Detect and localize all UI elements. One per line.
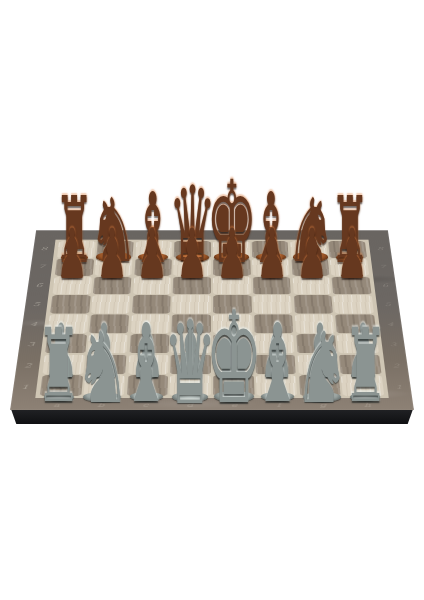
- square-tile: [172, 295, 210, 313]
- square-d6: [172, 276, 212, 295]
- square-h8: [327, 241, 368, 259]
- square-tile: [213, 354, 253, 374]
- square-tile: [295, 314, 335, 333]
- square-g6: [291, 276, 332, 295]
- board-edge: [9, 408, 415, 424]
- rank-label-left-4: 4: [30, 321, 38, 327]
- square-tile: [255, 354, 296, 374]
- square-tile: [87, 334, 128, 353]
- square-tile: [127, 375, 168, 395]
- file-label-d: d: [186, 401, 193, 407]
- square-h6: [331, 276, 373, 295]
- square-tile: [252, 259, 290, 276]
- square-tile: [213, 375, 254, 395]
- rank-label-left-5: 5: [32, 301, 40, 307]
- square-d2: [169, 354, 212, 375]
- square-tile: [294, 295, 334, 313]
- square-tile: [292, 277, 331, 294]
- file-label-g: g: [319, 401, 326, 407]
- square-tile: [40, 375, 83, 395]
- square-tile: [48, 314, 89, 333]
- square-c2: [127, 354, 170, 375]
- square-tile: [53, 277, 92, 294]
- square-c5: [131, 295, 172, 314]
- square-tile: [291, 259, 329, 276]
- square-g7: [290, 258, 331, 276]
- rank-label-right-4: 4: [387, 321, 394, 326]
- square-d1: [169, 375, 212, 397]
- square-b1: [82, 375, 127, 397]
- square-c8: [134, 241, 174, 259]
- square-d3: [170, 333, 212, 353]
- square-f8: [250, 241, 290, 259]
- rank-label-left-6: 6: [35, 282, 43, 288]
- square-tile: [96, 241, 134, 257]
- chess-board: 8877665544332211abcdefgh: [10, 230, 414, 410]
- square-tile: [213, 259, 250, 276]
- square-g3: [295, 333, 338, 353]
- square-tile: [213, 314, 252, 333]
- square-e1: [212, 375, 255, 397]
- square-c4: [129, 314, 171, 334]
- square-tile: [339, 354, 381, 374]
- square-tile: [94, 259, 132, 276]
- rank-label-right-1: 1: [395, 384, 403, 390]
- rank-label-left-3: 3: [27, 341, 35, 347]
- square-b5: [90, 295, 132, 314]
- square-c6: [132, 276, 173, 295]
- square-tile: [337, 334, 378, 353]
- square-a6: [51, 276, 93, 295]
- square-b8: [95, 241, 135, 259]
- board-scene: 8877665544332211abcdefgh ♜♞♝♛♚♝♞♜♟♟♟♟♟♟♟…: [0, 0, 424, 600]
- file-label-a: a: [53, 401, 60, 407]
- square-g1: [297, 375, 342, 397]
- square-b4: [88, 314, 131, 334]
- square-e7: [212, 258, 252, 276]
- rank-label-right-5: 5: [384, 301, 391, 306]
- square-tile: [172, 314, 211, 333]
- square-e5: [212, 295, 253, 314]
- file-label-e: e: [231, 401, 237, 407]
- square-tile: [335, 314, 376, 333]
- file-label-c: c: [142, 401, 148, 407]
- square-tile: [132, 295, 171, 313]
- square-tile: [256, 375, 297, 395]
- square-e6: [212, 276, 252, 295]
- square-tile: [330, 259, 369, 276]
- square-tile: [93, 277, 132, 294]
- square-tile: [43, 354, 85, 374]
- squares-layer: [35, 239, 389, 397]
- square-g8: [289, 241, 329, 259]
- square-f6: [252, 276, 293, 295]
- rank-label-left-8: 8: [40, 245, 47, 251]
- square-tile: [332, 277, 371, 294]
- square-tile: [135, 241, 172, 257]
- rank-label-right-3: 3: [390, 341, 397, 346]
- square-a1: [39, 375, 84, 397]
- square-a7: [54, 258, 95, 276]
- square-tile: [129, 334, 169, 353]
- rank-label-right-8: 8: [377, 246, 384, 251]
- square-b2: [84, 354, 128, 375]
- square-h1: [340, 375, 385, 397]
- rank-label-right-2: 2: [392, 362, 399, 368]
- square-e2: [212, 354, 255, 375]
- square-tile: [253, 277, 291, 294]
- square-tile: [329, 241, 367, 257]
- square-tile: [296, 334, 337, 353]
- square-tile: [89, 314, 129, 333]
- square-e8: [212, 241, 251, 259]
- square-tile: [45, 334, 86, 353]
- square-tile: [255, 334, 295, 353]
- square-tile: [299, 375, 341, 395]
- square-b3: [86, 333, 129, 353]
- rank-label-right-6: 6: [382, 282, 389, 287]
- square-f7: [251, 258, 291, 276]
- square-h5: [332, 295, 375, 314]
- square-e4: [212, 314, 253, 334]
- square-h3: [336, 333, 380, 353]
- square-h7: [329, 258, 370, 276]
- square-a4: [47, 314, 90, 334]
- square-tile: [341, 375, 384, 395]
- square-f3: [253, 333, 296, 353]
- square-tile: [55, 259, 94, 276]
- rank-label-left-2: 2: [24, 362, 32, 369]
- rank-label-right-7: 7: [379, 264, 386, 269]
- square-tile: [297, 354, 338, 374]
- square-tile: [290, 241, 328, 257]
- square-tile: [174, 259, 211, 276]
- square-tile: [57, 241, 95, 257]
- square-h4: [334, 314, 377, 334]
- square-tile: [170, 375, 211, 395]
- square-d5: [171, 295, 212, 314]
- square-d4: [171, 314, 212, 334]
- square-tile: [213, 277, 251, 294]
- square-f2: [254, 354, 297, 375]
- square-tile: [174, 241, 211, 257]
- square-c7: [133, 258, 173, 276]
- square-tile: [171, 354, 211, 374]
- square-h2: [338, 354, 383, 375]
- square-a2: [41, 354, 86, 375]
- square-tile: [254, 314, 294, 333]
- square-e3: [212, 333, 254, 353]
- square-tile: [91, 295, 131, 313]
- square-tile: [83, 375, 125, 395]
- square-f1: [255, 375, 299, 397]
- file-label-h: h: [364, 401, 372, 407]
- square-d7: [172, 258, 212, 276]
- square-c3: [128, 333, 171, 353]
- square-d8: [173, 241, 212, 259]
- square-tile: [173, 277, 211, 294]
- file-label-f: f: [276, 401, 280, 407]
- square-f5: [252, 295, 293, 314]
- square-g4: [294, 314, 337, 334]
- square-g2: [296, 354, 340, 375]
- file-label-b: b: [97, 401, 104, 407]
- square-tile: [133, 277, 171, 294]
- square-b7: [93, 258, 134, 276]
- square-tile: [334, 295, 374, 313]
- square-tile: [253, 295, 292, 313]
- square-tile: [213, 241, 250, 257]
- square-tile: [50, 295, 90, 313]
- square-tile: [213, 334, 253, 353]
- square-tile: [213, 295, 251, 313]
- square-c1: [125, 375, 169, 397]
- square-f4: [253, 314, 295, 334]
- square-b6: [92, 276, 133, 295]
- square-a5: [49, 295, 92, 314]
- square-g5: [292, 295, 334, 314]
- rank-label-left-1: 1: [21, 383, 29, 390]
- square-tile: [134, 259, 172, 276]
- square-tile: [131, 314, 171, 333]
- square-a8: [56, 241, 97, 259]
- square-tile: [171, 334, 211, 353]
- product-photo: 8877665544332211abcdefgh ♜♞♝♛♚♝♞♜♟♟♟♟♟♟♟…: [0, 0, 424, 600]
- rank-label-left-7: 7: [38, 263, 46, 269]
- square-a3: [44, 333, 88, 353]
- square-tile: [85, 354, 126, 374]
- square-tile: [252, 241, 289, 257]
- square-tile: [128, 354, 169, 374]
